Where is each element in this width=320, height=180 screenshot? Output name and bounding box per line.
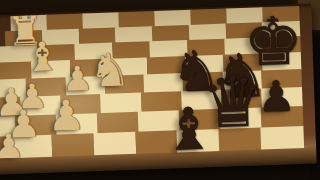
white-bishop: ♝ [24,36,61,77]
white-pawn: ♟ [0,129,25,164]
black-bishop: ♝ [162,99,216,159]
square-h1 [260,126,303,149]
chess-board: ♜♝♟♞♞♟♟♞♟♟♟♛♟♝♚ [0,0,320,180]
white-knight: ♞ [88,46,131,93]
white-pawn: ♟ [47,94,86,137]
photo-frame: ♜♝♟♞♞♟♟♞♟♟♟♛♟♝♚ [0,0,320,180]
square-d1 [93,132,136,155]
square-d2 [97,112,139,134]
